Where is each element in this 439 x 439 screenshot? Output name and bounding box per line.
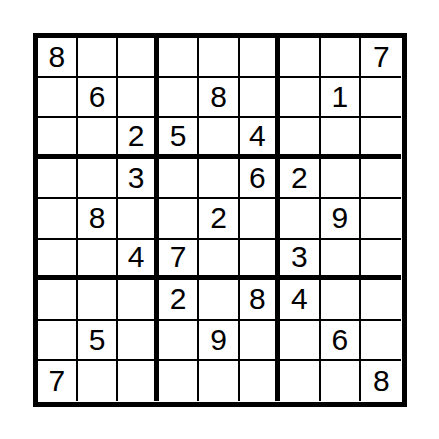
cell-r4c3[interactable]: 3 — [118, 159, 158, 199]
cell-r8c9[interactable] — [361, 321, 401, 361]
cell-r3c3[interactable]: 2 — [118, 118, 158, 158]
cell-r4c7[interactable]: 2 — [280, 159, 320, 199]
cell-r9c1[interactable]: 7 — [38, 361, 78, 401]
cell-r8c2[interactable]: 5 — [78, 321, 118, 361]
cell-r7c6[interactable]: 8 — [240, 280, 280, 320]
cell-r1c6[interactable] — [240, 38, 280, 78]
sudoku-page: 8768125436282947328459678 — [0, 0, 439, 439]
cell-r9c2[interactable] — [78, 361, 118, 401]
cell-r7c3[interactable] — [118, 280, 158, 320]
cell-r6c2[interactable] — [78, 240, 118, 280]
cell-r5c8[interactable]: 9 — [321, 199, 361, 239]
cell-r3c8[interactable] — [321, 118, 361, 158]
cell-r2c1[interactable] — [38, 78, 78, 118]
cell-r2c3[interactable] — [118, 78, 158, 118]
cell-r7c4[interactable]: 2 — [159, 280, 199, 320]
cell-r2c4[interactable] — [159, 78, 199, 118]
cell-r1c8[interactable] — [321, 38, 361, 78]
cell-r5c7[interactable] — [280, 199, 320, 239]
cell-r2c2[interactable]: 6 — [78, 78, 118, 118]
sudoku-board: 8768125436282947328459678 — [33, 33, 407, 407]
cell-r5c1[interactable] — [38, 199, 78, 239]
cell-r6c4[interactable]: 7 — [159, 240, 199, 280]
cell-r5c5[interactable]: 2 — [199, 199, 239, 239]
cell-r3c5[interactable] — [199, 118, 239, 158]
cell-r4c8[interactable] — [321, 159, 361, 199]
cell-r9c4[interactable] — [159, 361, 199, 401]
cell-r7c1[interactable] — [38, 280, 78, 320]
cell-r1c4[interactable] — [159, 38, 199, 78]
cell-r7c5[interactable] — [199, 280, 239, 320]
cell-r9c9[interactable]: 8 — [361, 361, 401, 401]
cell-r6c9[interactable] — [361, 240, 401, 280]
cell-r2c9[interactable] — [361, 78, 401, 118]
cell-r4c9[interactable] — [361, 159, 401, 199]
cell-r5c4[interactable] — [159, 199, 199, 239]
cell-r3c2[interactable] — [78, 118, 118, 158]
cell-r1c3[interactable] — [118, 38, 158, 78]
cell-r9c3[interactable] — [118, 361, 158, 401]
cell-r6c5[interactable] — [199, 240, 239, 280]
cell-r8c6[interactable] — [240, 321, 280, 361]
cell-r2c8[interactable]: 1 — [321, 78, 361, 118]
cell-r8c8[interactable]: 6 — [321, 321, 361, 361]
cell-r5c2[interactable]: 8 — [78, 199, 118, 239]
cell-r4c6[interactable]: 6 — [240, 159, 280, 199]
cell-r7c9[interactable] — [361, 280, 401, 320]
cell-r4c4[interactable] — [159, 159, 199, 199]
cell-r9c5[interactable] — [199, 361, 239, 401]
cell-r9c6[interactable] — [240, 361, 280, 401]
cell-r8c3[interactable] — [118, 321, 158, 361]
cell-r4c5[interactable] — [199, 159, 239, 199]
cell-r5c6[interactable] — [240, 199, 280, 239]
cell-r2c7[interactable] — [280, 78, 320, 118]
cell-r7c8[interactable] — [321, 280, 361, 320]
cell-r3c7[interactable] — [280, 118, 320, 158]
cell-r1c5[interactable] — [199, 38, 239, 78]
cell-r1c1[interactable]: 8 — [38, 38, 78, 78]
cell-r3c1[interactable] — [38, 118, 78, 158]
cell-r5c9[interactable] — [361, 199, 401, 239]
cell-r4c1[interactable] — [38, 159, 78, 199]
cell-r8c7[interactable] — [280, 321, 320, 361]
cell-r3c4[interactable]: 5 — [159, 118, 199, 158]
cell-r9c8[interactable] — [321, 361, 361, 401]
cell-r6c1[interactable] — [38, 240, 78, 280]
cell-r6c8[interactable] — [321, 240, 361, 280]
cell-r6c7[interactable]: 3 — [280, 240, 320, 280]
cell-r6c3[interactable]: 4 — [118, 240, 158, 280]
cell-r8c4[interactable] — [159, 321, 199, 361]
cell-r1c9[interactable]: 7 — [361, 38, 401, 78]
cell-r8c5[interactable]: 9 — [199, 321, 239, 361]
cell-r8c1[interactable] — [38, 321, 78, 361]
cell-r9c7[interactable] — [280, 361, 320, 401]
cell-r1c7[interactable] — [280, 38, 320, 78]
cell-r7c7[interactable]: 4 — [280, 280, 320, 320]
cell-r5c3[interactable] — [118, 199, 158, 239]
cell-r3c9[interactable] — [361, 118, 401, 158]
cell-r6c6[interactable] — [240, 240, 280, 280]
cell-r2c5[interactable]: 8 — [199, 78, 239, 118]
cell-r2c6[interactable] — [240, 78, 280, 118]
cell-r7c2[interactable] — [78, 280, 118, 320]
cell-r1c2[interactable] — [78, 38, 118, 78]
cell-r4c2[interactable] — [78, 159, 118, 199]
cell-r3c6[interactable]: 4 — [240, 118, 280, 158]
